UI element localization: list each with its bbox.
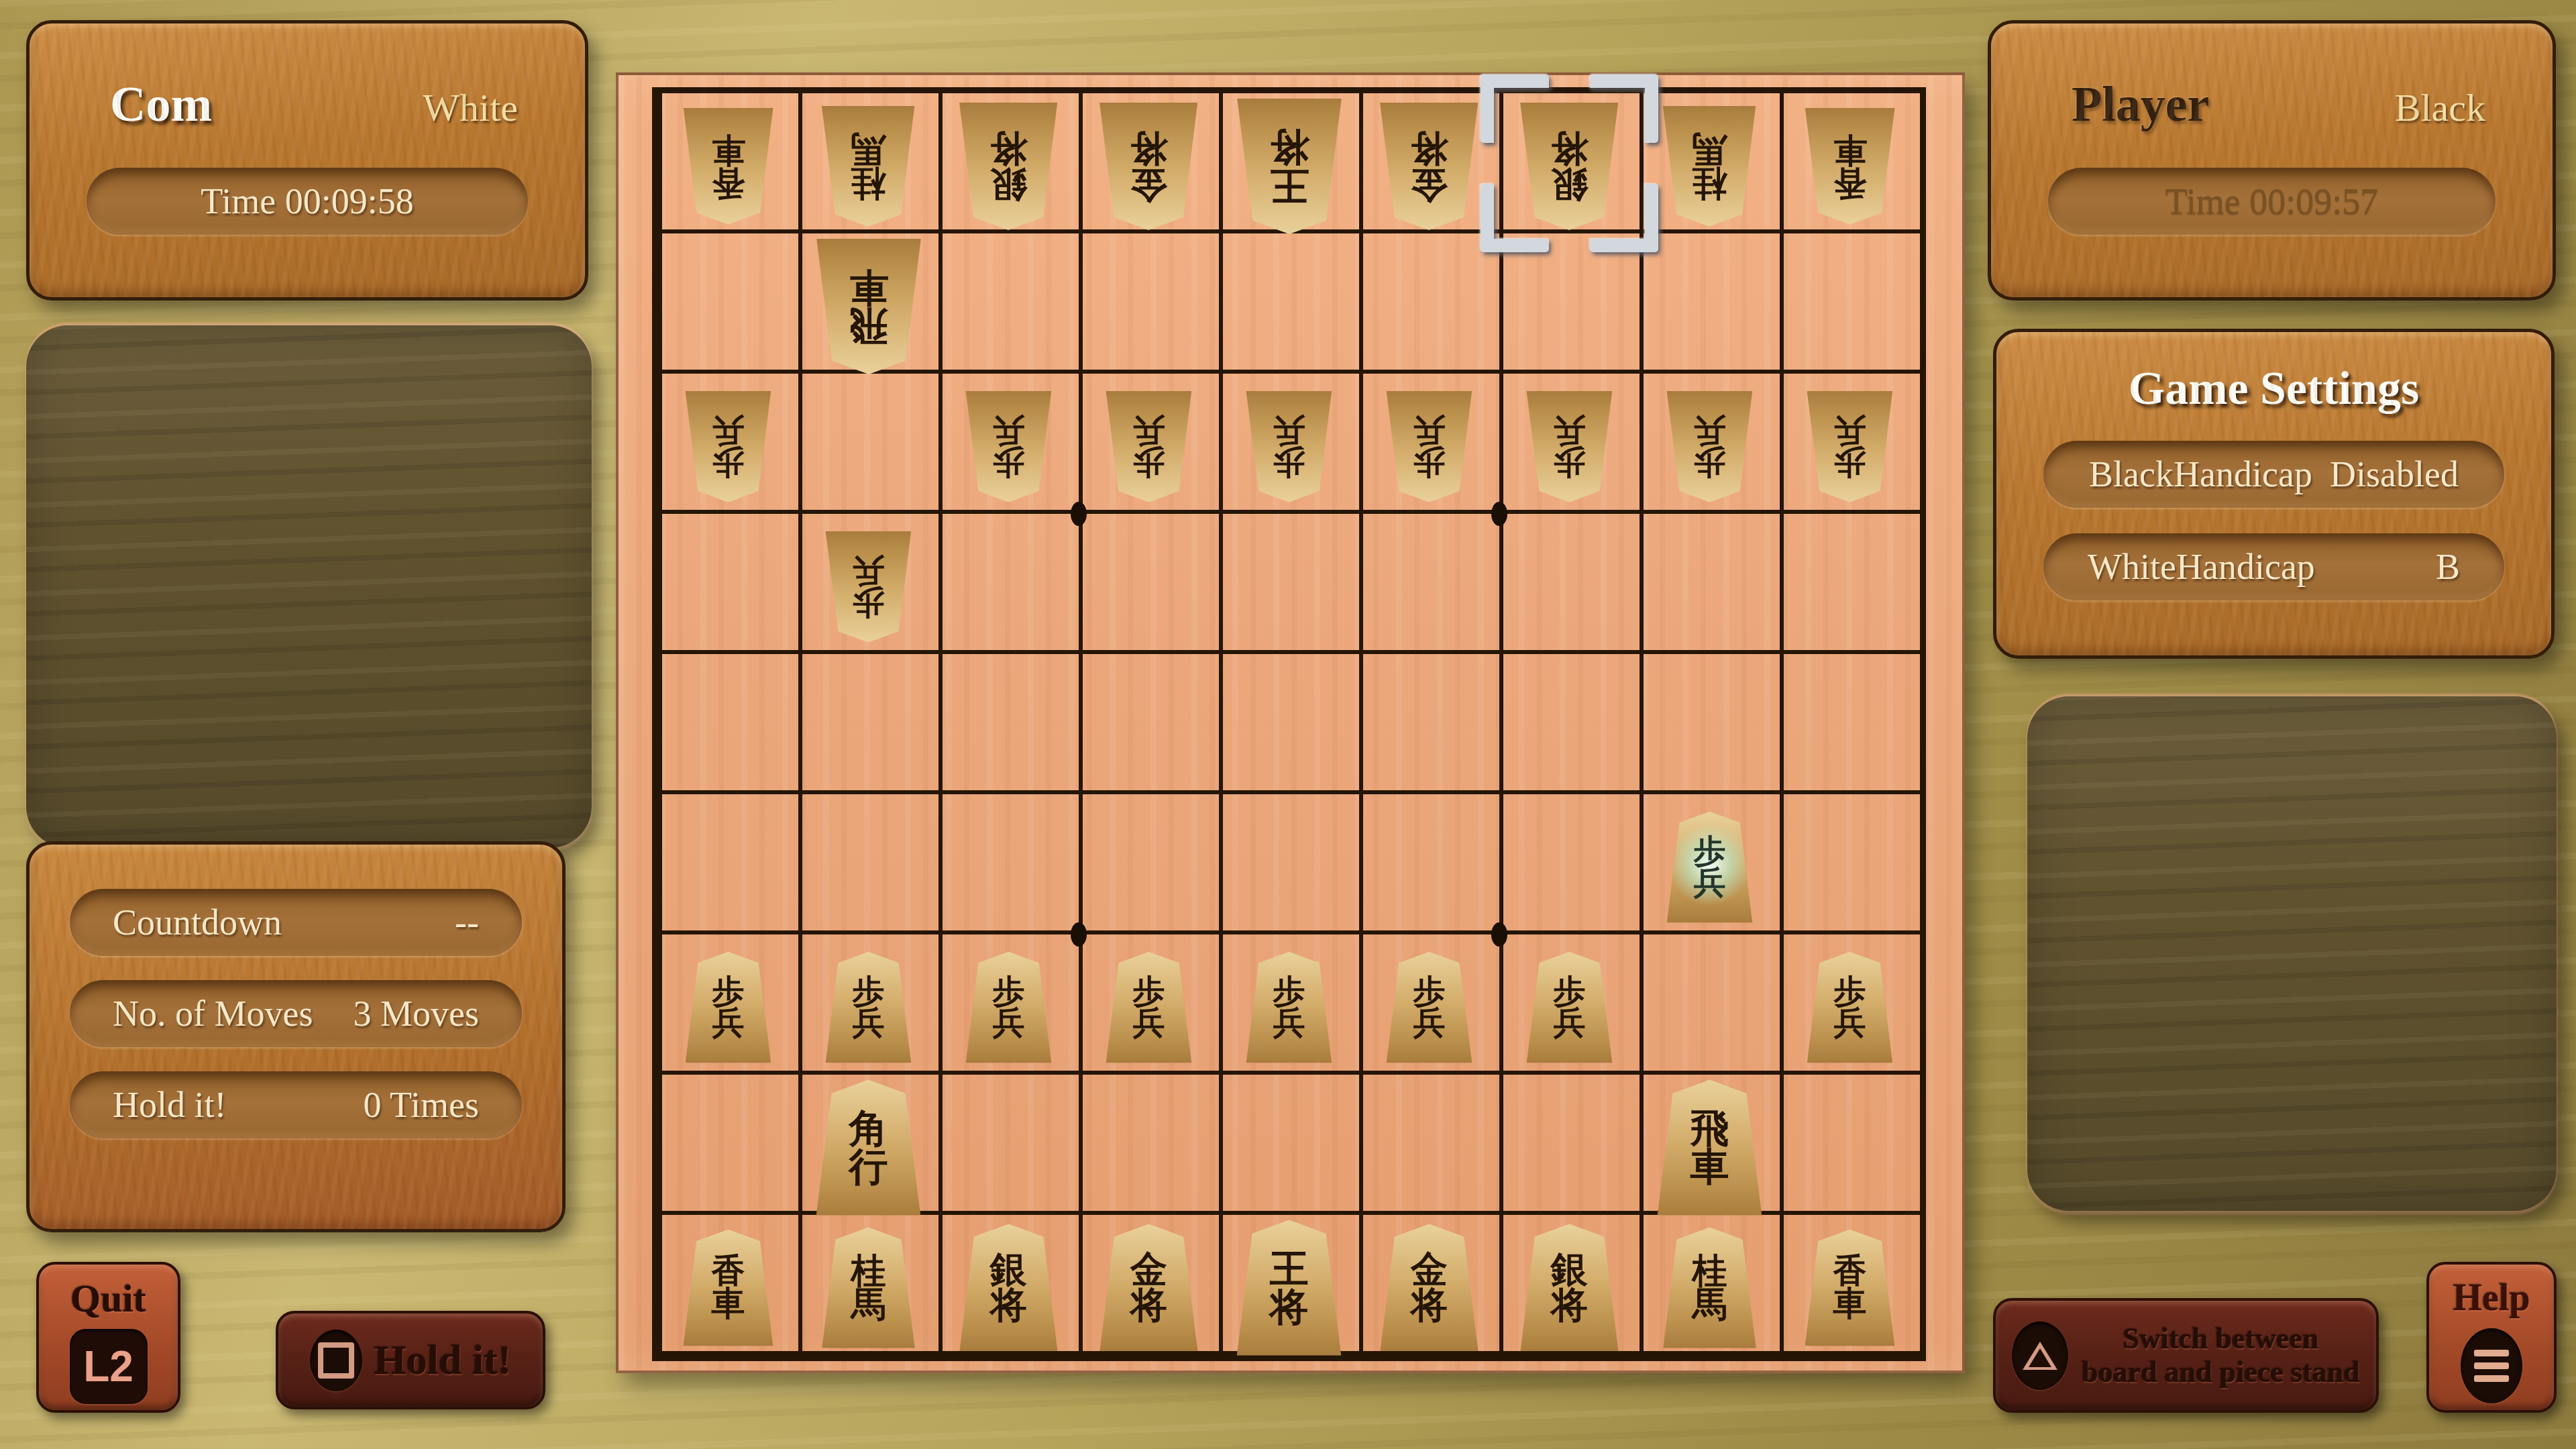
black-piece-歩兵[interactable]: 歩兵: [964, 952, 1053, 1063]
white-piece-銀将[interactable]: 銀将: [957, 103, 1059, 230]
player-side-label: Black: [2395, 85, 2485, 130]
quit-button-label: Quit: [70, 1276, 146, 1321]
help-button[interactable]: Help: [2426, 1262, 2557, 1413]
player-time-text: Time 00:09:57: [2165, 180, 2379, 222]
black-piece-歩兵[interactable]: 歩兵: [1525, 952, 1614, 1063]
white-piece-歩兵[interactable]: 歩兵: [1385, 391, 1474, 502]
player-time-display: Time 00:09:57: [2048, 168, 2495, 235]
white-piece-歩兵[interactable]: 歩兵: [1244, 391, 1334, 502]
move-count-label: No. of Moves: [113, 993, 313, 1034]
com-time-display: Time 00:09:58: [87, 168, 528, 235]
hold-count-display: Hold it! 0 Times: [70, 1071, 522, 1138]
move-count-value: 3 Moves: [354, 993, 480, 1034]
hold-count-value: 0 Times: [363, 1084, 479, 1126]
black-piece-歩兵[interactable]: 歩兵: [684, 952, 773, 1063]
square-button-icon: [310, 1330, 362, 1391]
white-piece-歩兵[interactable]: 歩兵: [1104, 391, 1193, 502]
white-piece-金将[interactable]: 金将: [1378, 103, 1480, 230]
black-piece-桂馬[interactable]: 桂馬: [1661, 1228, 1758, 1348]
countdown-label: Countdown: [113, 902, 282, 943]
white-piece-銀将[interactable]: 銀将: [1518, 103, 1620, 230]
black-piece-歩兵[interactable]: 歩兵: [1665, 812, 1754, 923]
move-count-display: No. of Moves 3 Moves: [70, 980, 522, 1047]
black-piece-角行[interactable]: 角行: [814, 1080, 923, 1216]
triangle-button-icon: [2012, 1322, 2068, 1390]
hold-count-label: Hold it!: [113, 1084, 227, 1126]
white-piece-飛車[interactable]: 飛車: [814, 239, 923, 374]
switch-button-label: Switch between board and piece stand: [2082, 1322, 2359, 1389]
white-piece-歩兵[interactable]: 歩兵: [684, 391, 773, 502]
black-piece-歩兵[interactable]: 歩兵: [824, 952, 913, 1063]
black-piece-香車[interactable]: 香車: [682, 1230, 775, 1346]
white-piece-香車[interactable]: 香車: [682, 108, 775, 225]
star-point: [1071, 922, 1087, 947]
black-piece-歩兵[interactable]: 歩兵: [1244, 952, 1334, 1063]
star-point: [1491, 502, 1507, 526]
black-captured-piece-stand: [2027, 696, 2557, 1211]
white-piece-歩兵[interactable]: 歩兵: [1665, 391, 1754, 502]
white-handicap-value: B: [2436, 546, 2460, 588]
game-settings-panel: Game Settings BlackHandicap Disabled Whi…: [1993, 329, 2555, 659]
board-grid[interactable]: 香車桂馬銀将金将王将金将銀将桂馬香車飛車歩兵歩兵歩兵歩兵歩兵歩兵歩兵歩兵歩兵歩兵…: [652, 87, 1926, 1361]
white-piece-歩兵[interactable]: 歩兵: [1525, 391, 1614, 502]
black-piece-金将[interactable]: 金将: [1097, 1224, 1199, 1352]
l2-key-label: L2: [83, 1342, 133, 1391]
match-stats-panel: Countdown -- No. of Moves 3 Moves Hold i…: [26, 841, 566, 1232]
com-name: Com: [110, 76, 212, 133]
l2-key-icon: L2: [70, 1329, 148, 1404]
menu-button-icon: [2461, 1328, 2522, 1403]
black-piece-銀将[interactable]: 銀将: [957, 1224, 1059, 1352]
switch-label-line2: board and piece stand: [2082, 1356, 2359, 1389]
human-player-panel: Player Black Time 00:09:57: [1988, 20, 2556, 301]
black-piece-飛車[interactable]: 飛車: [1656, 1080, 1764, 1216]
hold-it-button[interactable]: Hold it!: [276, 1311, 545, 1409]
black-piece-王将[interactable]: 王将: [1235, 1220, 1344, 1356]
white-piece-歩兵[interactable]: 歩兵: [964, 391, 1053, 502]
player-name: Player: [2072, 76, 2209, 133]
countdown-value: --: [455, 902, 479, 943]
black-piece-歩兵[interactable]: 歩兵: [1385, 952, 1474, 1063]
white-piece-香車[interactable]: 香車: [1803, 108, 1896, 225]
switch-board-stand-button[interactable]: Switch between board and piece stand: [1993, 1298, 2379, 1413]
white-piece-桂馬[interactable]: 桂馬: [820, 106, 916, 227]
com-player-panel: Com White Time 00:09:58: [26, 20, 588, 301]
quit-button[interactable]: Quit L2: [36, 1262, 180, 1413]
white-piece-金将[interactable]: 金将: [1097, 103, 1199, 230]
com-time-text: Time 00:09:58: [201, 180, 414, 222]
black-piece-香車[interactable]: 香車: [1803, 1230, 1896, 1346]
white-piece-王将[interactable]: 王将: [1235, 99, 1344, 234]
star-point: [1071, 502, 1087, 526]
game-background: Com White Time 00:09:58 Player Black Tim…: [0, 0, 2576, 1449]
white-handicap-label: WhiteHandicap: [2088, 546, 2315, 588]
white-handicap-display: WhiteHandicap B: [2043, 533, 2504, 600]
help-button-label: Help: [2453, 1276, 2530, 1319]
black-handicap-label: BlackHandicap: [2089, 453, 2312, 495]
shogi-board[interactable]: 香車桂馬銀将金将王将金将銀将桂馬香車飛車歩兵歩兵歩兵歩兵歩兵歩兵歩兵歩兵歩兵歩兵…: [616, 72, 1965, 1373]
white-piece-桂馬[interactable]: 桂馬: [1661, 106, 1758, 227]
white-piece-歩兵[interactable]: 歩兵: [1805, 391, 1894, 502]
switch-label-line1: Switch between: [2123, 1322, 2318, 1355]
black-handicap-display: BlackHandicap Disabled: [2043, 441, 2504, 508]
black-handicap-value: Disabled: [2330, 453, 2459, 495]
game-settings-title: Game Settings: [1996, 332, 2551, 415]
black-piece-金将[interactable]: 金将: [1378, 1224, 1480, 1352]
hold-it-button-label: Hold it!: [374, 1336, 512, 1384]
white-captured-piece-stand: [26, 325, 592, 848]
countdown-display: Countdown --: [70, 889, 522, 956]
star-point: [1491, 922, 1507, 947]
com-side-label: White: [423, 85, 518, 130]
black-piece-歩兵[interactable]: 歩兵: [1805, 952, 1894, 1063]
black-piece-歩兵[interactable]: 歩兵: [1104, 952, 1193, 1063]
black-piece-銀将[interactable]: 銀将: [1518, 1224, 1620, 1352]
black-piece-桂馬[interactable]: 桂馬: [820, 1228, 916, 1348]
white-piece-歩兵[interactable]: 歩兵: [824, 531, 913, 643]
